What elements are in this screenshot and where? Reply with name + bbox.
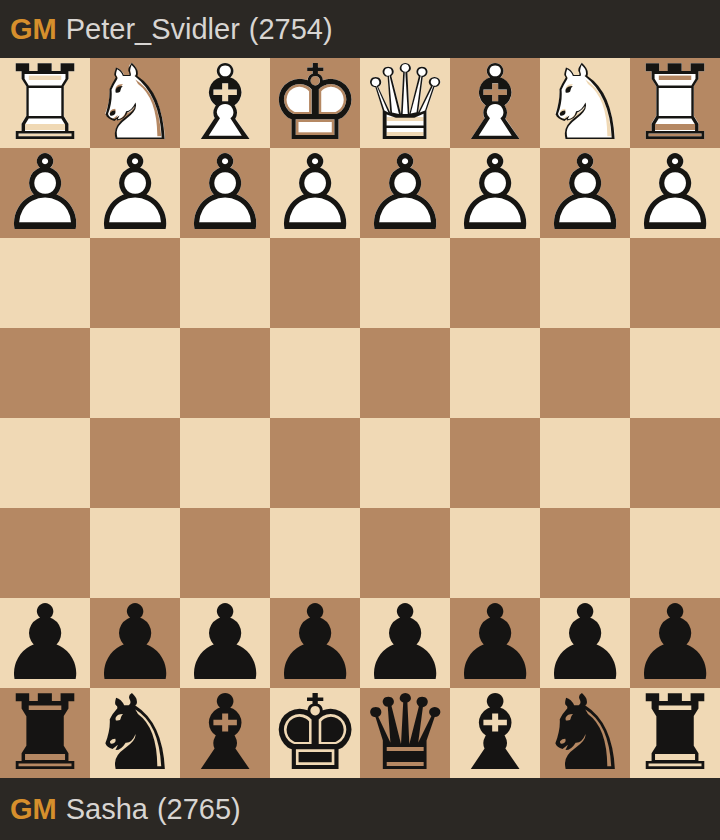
black-piece[interactable]: ♟ [448,598,541,688]
square[interactable] [360,328,450,418]
square[interactable]: ♟♙ [540,148,630,238]
black-piece[interactable]: ♝ [178,688,271,778]
square[interactable] [540,328,630,418]
square[interactable] [90,238,180,328]
square[interactable] [360,418,450,508]
square[interactable]: ♟ [90,598,180,688]
black-piece[interactable]: ♚ [268,688,361,778]
square[interactable] [270,418,360,508]
square[interactable]: ♟♙ [360,148,450,238]
square[interactable] [0,418,90,508]
chess-board: ♜♖♞♘♝♗♚♔♛♕♝♗♞♘♜♖♟♙♟♙♟♙♟♙♟♙♟♙♟♙♟♙♟♟♟♟♟♟♟♟… [0,58,720,778]
square[interactable] [180,328,270,418]
square[interactable]: ♟♙ [0,148,90,238]
square[interactable]: ♛♕ [360,58,450,148]
square[interactable] [180,508,270,598]
square[interactable]: ♞♘ [90,58,180,148]
square[interactable]: ♚♔ [270,58,360,148]
square[interactable]: ♝ [450,688,540,778]
black-piece[interactable]: ♟ [178,598,271,688]
white-piece[interactable]: ♟♙ [448,148,541,238]
black-piece[interactable]: ♟ [538,598,631,688]
square[interactable]: ♜ [0,688,90,778]
square[interactable] [450,508,540,598]
black-piece[interactable]: ♟ [628,598,720,688]
square[interactable]: ♟ [0,598,90,688]
square[interactable]: ♟♙ [630,148,720,238]
square[interactable] [360,508,450,598]
square[interactable] [270,238,360,328]
square[interactable]: ♟♙ [180,148,270,238]
white-piece[interactable]: ♟♙ [0,148,92,238]
square[interactable] [540,418,630,508]
square[interactable]: ♜♖ [0,58,90,148]
white-piece[interactable]: ♟♙ [628,148,720,238]
square[interactable]: ♟♙ [90,148,180,238]
square[interactable]: ♚ [270,688,360,778]
square[interactable] [270,508,360,598]
square[interactable]: ♟ [360,598,450,688]
square[interactable] [630,238,720,328]
square[interactable]: ♞ [540,688,630,778]
white-piece[interactable]: ♟♙ [358,148,451,238]
square[interactable]: ♟ [450,598,540,688]
square[interactable] [450,328,540,418]
square[interactable]: ♟♙ [270,148,360,238]
black-piece[interactable]: ♜ [0,688,92,778]
square[interactable]: ♟ [180,598,270,688]
square[interactable]: ♜ [630,688,720,778]
player-name: Sasha [66,795,148,824]
square[interactable] [540,508,630,598]
white-piece[interactable]: ♜♖ [0,58,92,148]
white-piece[interactable]: ♟♙ [268,148,361,238]
square[interactable] [630,508,720,598]
black-piece[interactable]: ♛ [358,688,451,778]
square[interactable] [180,418,270,508]
opponent-title-badge: GM [10,15,57,44]
square[interactable] [450,418,540,508]
black-piece[interactable]: ♟ [358,598,451,688]
black-piece[interactable]: ♜ [628,688,720,778]
black-piece[interactable]: ♟ [268,598,361,688]
square[interactable] [90,418,180,508]
white-piece[interactable]: ♛♕ [358,58,451,148]
black-piece[interactable]: ♞ [88,688,181,778]
square[interactable] [90,328,180,418]
opponent-name: Peter_Svidler [66,15,240,44]
white-piece[interactable]: ♞♘ [88,58,181,148]
white-piece[interactable]: ♜♖ [628,58,720,148]
square[interactable]: ♞ [90,688,180,778]
square[interactable]: ♞♘ [540,58,630,148]
player-bar: GM Sasha (2765) [0,778,720,840]
player-title-badge: GM [10,795,57,824]
white-piece[interactable]: ♟♙ [178,148,271,238]
square[interactable] [0,328,90,418]
white-piece[interactable]: ♞♘ [538,58,631,148]
square[interactable]: ♝ [180,688,270,778]
square[interactable] [450,238,540,328]
black-piece[interactable]: ♟ [88,598,181,688]
square[interactable]: ♟ [270,598,360,688]
square[interactable] [90,508,180,598]
white-piece[interactable]: ♚♔ [268,58,361,148]
square[interactable]: ♟ [540,598,630,688]
square[interactable]: ♝♗ [180,58,270,148]
square[interactable] [630,328,720,418]
square[interactable]: ♟♙ [450,148,540,238]
square[interactable]: ♝♗ [450,58,540,148]
square[interactable] [0,508,90,598]
opponent-rating: (2754) [249,15,333,44]
black-piece[interactable]: ♟ [0,598,92,688]
square[interactable]: ♟ [630,598,720,688]
square[interactable] [360,238,450,328]
square[interactable] [630,418,720,508]
opponent-player-bar: GM Peter_Svidler (2754) [0,0,720,58]
black-piece[interactable]: ♝ [448,688,541,778]
player-rating: (2765) [157,795,241,824]
square[interactable]: ♛ [360,688,450,778]
white-piece[interactable]: ♝♗ [178,58,271,148]
black-piece[interactable]: ♞ [538,688,631,778]
square[interactable] [540,238,630,328]
square[interactable] [270,328,360,418]
chess-app-window: GM Peter_Svidler (2754) ♜♖♞♘♝♗♚♔♛♕♝♗♞♘♜♖… [0,0,720,840]
white-piece[interactable]: ♟♙ [88,148,181,238]
white-piece[interactable]: ♟♙ [538,148,631,238]
white-piece[interactable]: ♝♗ [448,58,541,148]
square[interactable] [0,238,90,328]
square[interactable] [180,238,270,328]
square[interactable]: ♜♖ [630,58,720,148]
